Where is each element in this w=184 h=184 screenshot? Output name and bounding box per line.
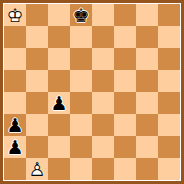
square-d4[interactable] bbox=[70, 92, 92, 114]
square-g3[interactable] bbox=[136, 114, 158, 136]
square-b2[interactable] bbox=[26, 136, 48, 158]
square-a6[interactable] bbox=[4, 48, 26, 70]
square-b5[interactable] bbox=[26, 70, 48, 92]
square-e2[interactable] bbox=[92, 136, 114, 158]
piece-outline-glyph: ♙ bbox=[26, 158, 48, 180]
square-b1[interactable]: ♟♙ bbox=[26, 158, 48, 180]
square-b6[interactable] bbox=[26, 48, 48, 70]
square-a2[interactable]: ♟ bbox=[4, 136, 26, 158]
square-h7[interactable] bbox=[158, 26, 180, 48]
square-d1[interactable] bbox=[70, 158, 92, 180]
square-d2[interactable] bbox=[70, 136, 92, 158]
square-h1[interactable] bbox=[158, 158, 180, 180]
square-f6[interactable] bbox=[114, 48, 136, 70]
square-h8[interactable] bbox=[158, 4, 180, 26]
square-d5[interactable] bbox=[70, 70, 92, 92]
square-b3[interactable] bbox=[26, 114, 48, 136]
square-g1[interactable] bbox=[136, 158, 158, 180]
square-g6[interactable] bbox=[136, 48, 158, 70]
square-g4[interactable] bbox=[136, 92, 158, 114]
black-pawn[interactable]: ♟ bbox=[4, 114, 26, 136]
square-e7[interactable] bbox=[92, 26, 114, 48]
square-f1[interactable] bbox=[114, 158, 136, 180]
square-b8[interactable] bbox=[26, 4, 48, 26]
board-inner-line: ♚♔♚♟♟♟♟♙ bbox=[3, 3, 181, 181]
piece-outline-glyph: ♔ bbox=[4, 4, 26, 26]
square-e1[interactable] bbox=[92, 158, 114, 180]
square-a1[interactable] bbox=[4, 158, 26, 180]
square-c7[interactable] bbox=[48, 26, 70, 48]
square-b4[interactable] bbox=[26, 92, 48, 114]
square-a4[interactable] bbox=[4, 92, 26, 114]
square-f2[interactable] bbox=[114, 136, 136, 158]
square-h5[interactable] bbox=[158, 70, 180, 92]
square-e6[interactable] bbox=[92, 48, 114, 70]
square-c6[interactable] bbox=[48, 48, 70, 70]
square-c5[interactable] bbox=[48, 70, 70, 92]
square-a5[interactable] bbox=[4, 70, 26, 92]
square-d3[interactable] bbox=[70, 114, 92, 136]
square-h4[interactable] bbox=[158, 92, 180, 114]
square-f4[interactable] bbox=[114, 92, 136, 114]
square-h2[interactable] bbox=[158, 136, 180, 158]
white-king[interactable]: ♚♔ bbox=[4, 4, 26, 26]
square-f3[interactable] bbox=[114, 114, 136, 136]
square-d8[interactable]: ♚ bbox=[70, 4, 92, 26]
square-g7[interactable] bbox=[136, 26, 158, 48]
square-g8[interactable] bbox=[136, 4, 158, 26]
square-b7[interactable] bbox=[26, 26, 48, 48]
square-a7[interactable] bbox=[4, 26, 26, 48]
square-h6[interactable] bbox=[158, 48, 180, 70]
black-pawn[interactable]: ♟ bbox=[4, 136, 26, 158]
square-c8[interactable] bbox=[48, 4, 70, 26]
square-e3[interactable] bbox=[92, 114, 114, 136]
square-g5[interactable] bbox=[136, 70, 158, 92]
square-a3[interactable]: ♟ bbox=[4, 114, 26, 136]
square-f7[interactable] bbox=[114, 26, 136, 48]
square-h3[interactable] bbox=[158, 114, 180, 136]
square-d7[interactable] bbox=[70, 26, 92, 48]
square-f8[interactable] bbox=[114, 4, 136, 26]
square-e4[interactable] bbox=[92, 92, 114, 114]
square-f5[interactable] bbox=[114, 70, 136, 92]
square-a8[interactable]: ♚♔ bbox=[4, 4, 26, 26]
square-c4[interactable]: ♟ bbox=[48, 92, 70, 114]
board-frame: ♚♔♚♟♟♟♟♙ bbox=[0, 0, 184, 184]
white-pawn[interactable]: ♟♙ bbox=[26, 158, 48, 180]
square-e8[interactable] bbox=[92, 4, 114, 26]
black-pawn[interactable]: ♟ bbox=[48, 92, 70, 114]
square-c2[interactable] bbox=[48, 136, 70, 158]
square-e5[interactable] bbox=[92, 70, 114, 92]
black-king[interactable]: ♚ bbox=[70, 4, 92, 26]
square-d6[interactable] bbox=[70, 48, 92, 70]
square-g2[interactable] bbox=[136, 136, 158, 158]
chess-board: ♚♔♚♟♟♟♟♙ bbox=[4, 4, 180, 180]
square-c3[interactable] bbox=[48, 114, 70, 136]
square-c1[interactable] bbox=[48, 158, 70, 180]
